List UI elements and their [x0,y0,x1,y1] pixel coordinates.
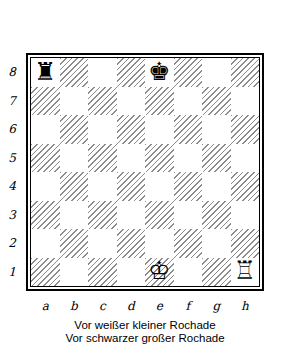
square-a8: ♜ [31,58,60,87]
square-g4 [202,172,231,201]
square-f8 [174,58,203,87]
square-b2 [60,229,89,258]
diagram-caption: Vor weißer kleiner Rochade Vor schwarzer… [0,319,290,345]
file-label-a: a [31,299,60,313]
file-label-b: b [60,299,89,313]
square-h1: ♖ [231,258,260,287]
file-label-e: e [145,299,174,313]
caption-line-2: Vor schwarzer großer Rochade [0,332,290,345]
white-rook-h1: ♖ [234,258,256,283]
square-c3 [88,201,117,230]
square-b8 [60,58,89,87]
square-g2 [202,229,231,258]
file-label-h: h [231,299,260,313]
square-g5 [202,144,231,173]
caption-line-1: Vor weißer kleiner Rochade [0,319,290,332]
square-e8: ♚ [145,58,174,87]
rank-label-7: 7 [2,87,18,116]
square-f1 [174,258,203,287]
rank-label-3: 3 [2,201,18,230]
square-a5 [31,144,60,173]
square-a1 [31,258,60,287]
file-labels: abcdefgh [31,299,259,313]
square-b3 [60,201,89,230]
white-king-e1: ♔ [148,258,170,283]
file-label-c: c [88,299,117,313]
rank-label-6: 6 [2,115,18,144]
square-a2 [31,229,60,258]
square-b7 [60,87,89,116]
square-f4 [174,172,203,201]
square-c7 [88,87,117,116]
rank-label-5: 5 [2,144,18,173]
square-h4 [231,172,260,201]
square-a4 [31,172,60,201]
square-g7 [202,87,231,116]
square-f5 [174,144,203,173]
square-e3 [145,201,174,230]
square-g8 [202,58,231,87]
square-h2 [231,229,260,258]
square-b1 [60,258,89,287]
square-e6 [145,115,174,144]
square-f3 [174,201,203,230]
board-grid: ♜♚♔♖ [31,58,259,286]
rank-label-1: 1 [2,258,18,287]
file-label-d: d [117,299,146,313]
square-d6 [117,115,146,144]
square-c4 [88,172,117,201]
square-c2 [88,229,117,258]
square-d3 [117,201,146,230]
rank-label-2: 2 [2,229,18,258]
square-c6 [88,115,117,144]
square-f6 [174,115,203,144]
board-inner-border: ♜♚♔♖ [30,57,260,287]
square-b5 [60,144,89,173]
square-d1 [117,258,146,287]
black-rook-a8: ♜ [34,59,56,84]
rank-labels: 87654321 [2,58,18,286]
rank-label-4: 4 [2,172,18,201]
square-d8 [117,58,146,87]
rank-label-8: 8 [2,58,18,87]
square-e1: ♔ [145,258,174,287]
square-a6 [31,115,60,144]
square-c5 [88,144,117,173]
square-d7 [117,87,146,116]
square-f7 [174,87,203,116]
square-b4 [60,172,89,201]
square-a3 [31,201,60,230]
square-d4 [117,172,146,201]
square-e5 [145,144,174,173]
chess-diagram: 87654321 ♜♚♔♖ abcdefgh Vor weißer kleine… [0,0,290,350]
chess-board: ♜♚♔♖ [26,53,264,291]
square-g1 [202,258,231,287]
square-h3 [231,201,260,230]
square-e2 [145,229,174,258]
square-h5 [231,144,260,173]
square-d5 [117,144,146,173]
square-h6 [231,115,260,144]
square-b6 [60,115,89,144]
square-e7 [145,87,174,116]
square-h7 [231,87,260,116]
square-g3 [202,201,231,230]
square-g6 [202,115,231,144]
square-c8 [88,58,117,87]
file-label-g: g [202,299,231,313]
black-king-e8: ♚ [148,59,170,84]
square-e4 [145,172,174,201]
square-h8 [231,58,260,87]
square-c1 [88,258,117,287]
square-f2 [174,229,203,258]
square-a7 [31,87,60,116]
square-d2 [117,229,146,258]
file-label-f: f [174,299,203,313]
